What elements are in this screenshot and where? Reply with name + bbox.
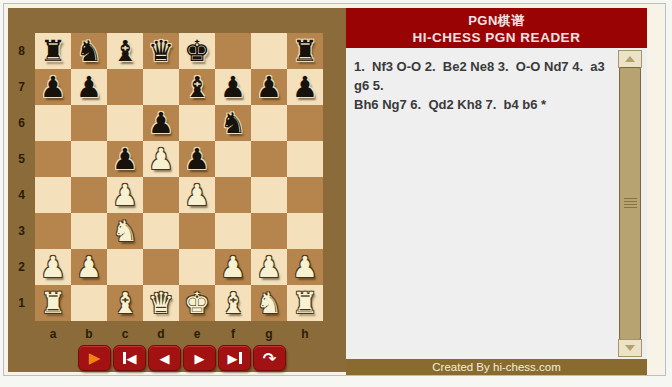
square-d5[interactable]: ♟ [143,141,179,177]
square-a7[interactable]: ♟ [35,69,71,105]
square-b3[interactable] [71,213,107,249]
piece-wp-g2[interactable]: ♟ [251,249,287,285]
rank-label-7: 7 [8,69,35,105]
square-c3[interactable]: ♞ [107,213,143,249]
playback-controls: ▶◀◀▶▶↷ [78,345,286,371]
square-d2[interactable] [143,249,179,285]
rank-label-8: 8 [8,33,35,69]
rank-label-3: 3 [8,213,35,249]
square-g5[interactable] [251,141,287,177]
file-labels: abcdefgh [35,325,323,343]
square-a4[interactable] [35,177,71,213]
piece-bp-b7[interactable]: ♟ [71,69,107,105]
rank-label-6: 6 [8,105,35,141]
square-f3[interactable] [215,213,251,249]
piece-bp-a7[interactable]: ♟ [35,69,71,105]
square-f5[interactable] [215,141,251,177]
piece-wp-a2[interactable]: ♟ [35,249,71,285]
square-e1[interactable]: ♚ [179,285,215,321]
pgn-header: PGN棋谱 HI-CHESS PGN READER [346,8,647,48]
square-b4[interactable] [71,177,107,213]
piece-wp-c4[interactable]: ♟ [107,177,143,213]
square-b7[interactable]: ♟ [71,69,107,105]
scrollbar-thumb[interactable] [619,67,641,340]
rank-label-2: 2 [8,249,35,285]
square-e2[interactable] [179,249,215,285]
piece-bb-e7[interactable]: ♝ [179,69,215,105]
file-label-c: c [107,325,143,343]
go-end-icon: ▶ [228,352,238,365]
piece-wn-c3[interactable]: ♞ [107,213,143,249]
square-d7[interactable] [143,69,179,105]
file-label-b: b [71,325,107,343]
square-f4[interactable] [215,177,251,213]
piece-bb-c8[interactable]: ♝ [107,33,143,69]
file-label-e: e [179,325,215,343]
square-c1[interactable]: ♝ [107,285,143,321]
square-b2[interactable]: ♟ [71,249,107,285]
piece-bk-e8[interactable]: ♚ [179,33,215,69]
go-start-icon: ◀ [127,352,137,365]
square-a1[interactable]: ♜ [35,285,71,321]
square-h5[interactable] [287,141,323,177]
piece-bn-b8[interactable]: ♞ [71,33,107,69]
step-forward-icon: ▶ [195,352,205,365]
square-b5[interactable] [71,141,107,177]
square-c5[interactable]: ♟ [107,141,143,177]
piece-bp-g7[interactable]: ♟ [251,69,287,105]
square-e6[interactable] [179,105,215,141]
square-d4[interactable] [143,177,179,213]
piece-wp-f2[interactable]: ♟ [215,249,251,285]
piece-wb-f1[interactable]: ♝ [215,285,251,321]
board-module: 87654321 ♜♞♝♛♚♜♟♟♝♟♟♟♟♞♟♟♟♟♟♞♟♟♟♟♟♜♝♛♚♝♞… [8,8,346,372]
piece-bn-f6[interactable]: ♞ [215,105,251,141]
piece-bp-e5[interactable]: ♟ [179,141,215,177]
scroll-up-button[interactable] [618,50,642,68]
piece-br-h8[interactable]: ♜ [287,33,323,69]
square-g7[interactable]: ♟ [251,69,287,105]
rank-label-4: 4 [8,177,35,213]
square-b1[interactable] [71,285,107,321]
square-g6[interactable] [251,105,287,141]
square-f2[interactable]: ♟ [215,249,251,285]
square-h6[interactable] [287,105,323,141]
board-squares: ♜♞♝♛♚♜♟♟♝♟♟♟♟♞♟♟♟♟♟♞♟♟♟♟♟♜♝♛♚♝♞♜ [35,33,323,321]
square-e5[interactable]: ♟ [179,141,215,177]
pgn-moves-text: 1. Nf3 O-O 2. Be2 Ne8 3. O-O Nd7 4. a3 g… [346,48,617,359]
piece-wr-a1[interactable]: ♜ [35,285,71,321]
go-start-button[interactable]: ◀ [113,345,146,371]
square-h4[interactable] [287,177,323,213]
chevron-up-icon [625,56,635,62]
rank-label-5: 5 [8,141,35,177]
piece-bp-h7[interactable]: ♟ [287,69,323,105]
square-e7[interactable]: ♝ [179,69,215,105]
square-h8[interactable]: ♜ [287,33,323,69]
file-label-d: d [143,325,179,343]
piece-bp-c5[interactable]: ♟ [107,141,143,177]
square-a3[interactable] [35,213,71,249]
square-f7[interactable]: ♟ [215,69,251,105]
file-label-h: h [287,325,323,343]
square-b6[interactable] [71,105,107,141]
piece-wr-h1[interactable]: ♜ [287,285,323,321]
go-end-button[interactable]: ▶ [218,345,251,371]
piece-bp-d6[interactable]: ♟ [143,105,179,141]
pgn-reader-widget: 87654321 ♜♞♝♛♚♜♟♟♝♟♟♟♟♞♟♟♟♟♟♞♟♟♟♟♟♜♝♛♚♝♞… [3,3,666,376]
chevron-down-icon [625,345,635,351]
square-h1[interactable]: ♜ [287,285,323,321]
square-d1[interactable]: ♛ [143,285,179,321]
pgn-title-chinese: PGN棋谱 [346,12,647,30]
piece-bq-d8[interactable]: ♛ [143,33,179,69]
piece-wb-c1[interactable]: ♝ [107,285,143,321]
rank-label-1: 1 [8,285,35,321]
piece-wk-e1[interactable]: ♚ [179,285,215,321]
piece-bp-f7[interactable]: ♟ [215,69,251,105]
piece-wp-b2[interactable]: ♟ [71,249,107,285]
square-h7[interactable]: ♟ [287,69,323,105]
square-a5[interactable] [35,141,71,177]
piece-wn-g1[interactable]: ♞ [251,285,287,321]
file-label-g: g [251,325,287,343]
scroll-down-button[interactable] [618,339,642,357]
square-d6[interactable]: ♟ [143,105,179,141]
square-d8[interactable]: ♛ [143,33,179,69]
square-c7[interactable] [107,69,143,105]
rank-labels: 87654321 [8,33,35,321]
play-icon: ▶ [89,352,101,365]
square-g8[interactable] [251,33,287,69]
square-g4[interactable] [251,177,287,213]
piece-wp-e4[interactable]: ♟ [179,177,215,213]
square-a6[interactable] [35,105,71,141]
square-f8[interactable] [215,33,251,69]
step-forward-button[interactable]: ▶ [183,345,216,371]
flip-icon: ↷ [263,352,276,365]
step-back-icon: ◀ [160,352,170,365]
square-c8[interactable]: ♝ [107,33,143,69]
square-g1[interactable]: ♞ [251,285,287,321]
piece-wp-d5[interactable]: ♟ [143,141,179,177]
grip-icon [624,198,637,209]
play-button[interactable]: ▶ [78,345,111,371]
pgn-title-english: HI-CHESS PGN READER [346,30,647,45]
pgn-panel: PGN棋谱 HI-CHESS PGN READER 1. Nf3 O-O 2. … [346,8,647,375]
square-c6[interactable] [107,105,143,141]
square-f6[interactable]: ♞ [215,105,251,141]
bar-icon [123,352,126,364]
piece-wq-d1[interactable]: ♛ [143,285,179,321]
file-label-a: a [35,325,71,343]
square-e3[interactable] [179,213,215,249]
square-h3[interactable] [287,213,323,249]
file-label-f: f [215,325,251,343]
flip-button[interactable]: ↷ [253,345,286,371]
piece-wp-h2[interactable]: ♟ [287,249,323,285]
square-a8[interactable]: ♜ [35,33,71,69]
step-back-button[interactable]: ◀ [148,345,181,371]
square-e8[interactable]: ♚ [179,33,215,69]
pgn-footer-credit: Created By hi-chess.com [346,359,647,375]
bar-icon [239,352,242,364]
square-c4[interactable]: ♟ [107,177,143,213]
square-e4[interactable]: ♟ [179,177,215,213]
square-g3[interactable] [251,213,287,249]
square-g2[interactable]: ♟ [251,249,287,285]
scrollbar[interactable] [618,50,642,357]
piece-br-a8[interactable]: ♜ [35,33,71,69]
square-f1[interactable]: ♝ [215,285,251,321]
square-c2[interactable] [107,249,143,285]
square-d3[interactable] [143,213,179,249]
square-h2[interactable]: ♟ [287,249,323,285]
square-b8[interactable]: ♞ [71,33,107,69]
square-a2[interactable]: ♟ [35,249,71,285]
